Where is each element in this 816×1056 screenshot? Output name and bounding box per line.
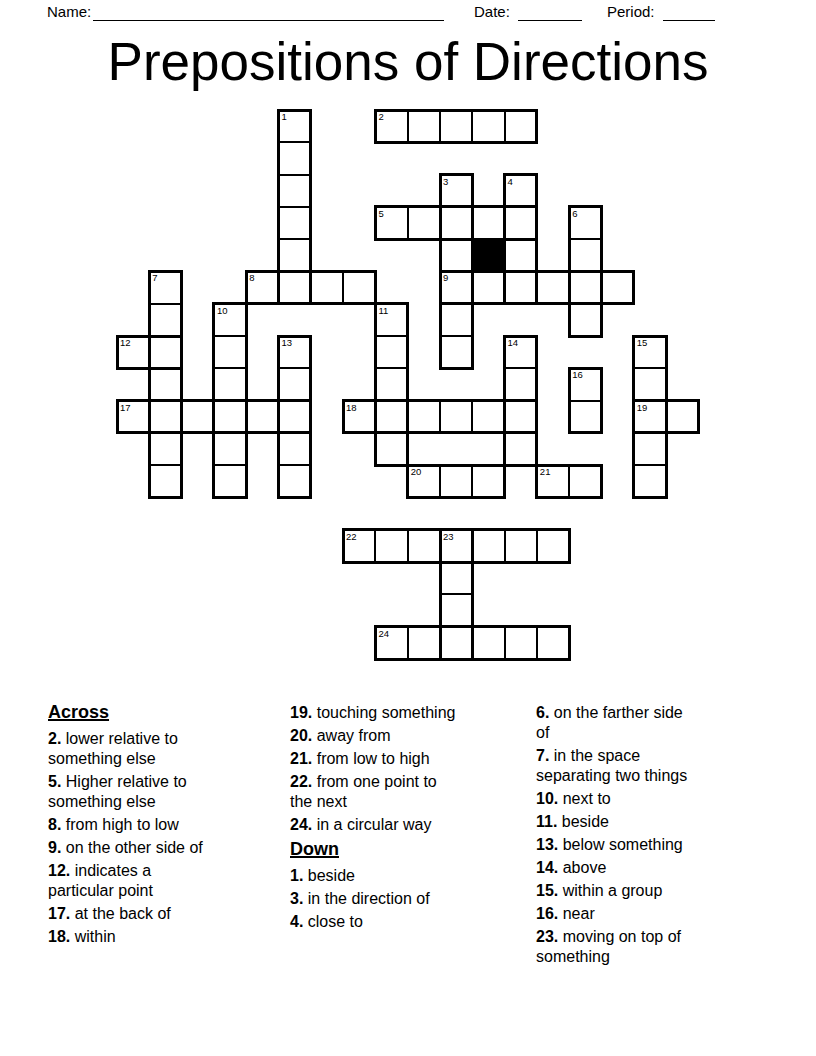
grid-cell[interactable]: 2 [374, 109, 408, 143]
grid-cell[interactable] [310, 270, 344, 304]
clue-number-label: 17. [48, 905, 70, 922]
clue-number-label: 13. [536, 836, 558, 853]
grid-cell[interactable] [213, 367, 247, 401]
grid-cell[interactable] [536, 270, 570, 304]
grid-cell[interactable] [471, 109, 505, 143]
grid-cell[interactable] [277, 367, 311, 401]
grid-cell[interactable] [504, 238, 538, 272]
grid-cell[interactable] [633, 432, 667, 466]
grid-cell[interactable] [600, 270, 634, 304]
clue-number-label: 3. [290, 890, 303, 907]
clue-number-label: 16. [536, 905, 558, 922]
grid-cell[interactable] [277, 206, 311, 240]
clue-21: 21. from low to high [290, 749, 461, 769]
grid-cell[interactable] [471, 206, 505, 240]
grid-cell[interactable] [633, 464, 667, 498]
clue-number: 7 [152, 272, 157, 283]
grid-cell[interactable] [439, 400, 473, 434]
clue-15: 15. within a group [536, 881, 694, 901]
grid-cell[interactable]: 7 [148, 270, 182, 304]
clue-14: 14. above [536, 858, 694, 878]
clue-number: 17 [120, 402, 131, 413]
clue-number-label: 2. [48, 730, 61, 747]
grid-cell[interactable]: 11 [374, 303, 408, 337]
grid-cell[interactable] [504, 109, 538, 143]
clue-number-label: 8. [48, 816, 61, 833]
grid-cell[interactable] [536, 529, 570, 563]
grid-cell[interactable] [439, 593, 473, 627]
grid-cell[interactable] [439, 464, 473, 498]
grid-cell[interactable] [374, 335, 408, 369]
clue-8: 8. from high to low [48, 815, 208, 835]
grid-cell[interactable] [407, 626, 441, 660]
clue-number: 22 [346, 531, 357, 542]
grid-cell[interactable] [148, 303, 182, 337]
grid-cell[interactable]: 10 [213, 303, 247, 337]
clue-5: 5. Higher relative to something else [48, 772, 208, 812]
clue-6: 6. on the farther side of [536, 703, 694, 743]
clue-number-label: 12. [48, 862, 70, 879]
grid-cell[interactable]: 16 [568, 367, 602, 401]
grid-cell[interactable] [439, 238, 473, 272]
grid-cell[interactable] [471, 400, 505, 434]
clue-number: 4 [508, 176, 513, 187]
grid-cell[interactable]: 9 [439, 270, 473, 304]
across-heading: Across [48, 701, 208, 723]
down-heading: Down [290, 838, 461, 860]
grid-cell[interactable] [374, 432, 408, 466]
clue-number: 14 [508, 337, 519, 348]
clue-number: 20 [411, 466, 422, 477]
grid-cell[interactable] [277, 432, 311, 466]
grid-cell[interactable] [504, 400, 538, 434]
black-cell [471, 238, 505, 272]
clue-number-label: 15. [536, 882, 558, 899]
clue-number-label: 22. [290, 773, 312, 790]
crossword-grid: 123456789101112131415161718192021222324 [117, 110, 698, 659]
grid-cell[interactable] [277, 400, 311, 434]
clues-column-2: 19. touching something20. away from21. f… [290, 703, 461, 935]
clue-number-label: 5. [48, 773, 61, 790]
date-input-line[interactable] [518, 4, 582, 21]
grid-cell[interactable]: 21 [536, 464, 570, 498]
grid-cell[interactable] [213, 335, 247, 369]
grid-cell[interactable]: 1 [277, 109, 311, 143]
grid-cell[interactable] [245, 400, 279, 434]
grid-cell[interactable] [568, 400, 602, 434]
clue-11: 11. beside [536, 812, 694, 832]
clue-number-label: 21. [290, 750, 312, 767]
name-label: Name: [47, 3, 91, 21]
clue-16: 16. near [536, 904, 694, 924]
clue-number: 13 [281, 337, 292, 348]
clue-number: 12 [120, 337, 131, 348]
clue-number-label: 1. [290, 867, 303, 884]
grid-cell[interactable] [504, 270, 538, 304]
clues-column-3: 6. on the farther side of7. in the space… [536, 703, 694, 970]
grid-cell[interactable] [504, 367, 538, 401]
clue-number: 1 [281, 111, 286, 122]
grid-cell[interactable] [504, 626, 538, 660]
clue-13: 13. below something [536, 835, 694, 855]
grid-cell[interactable] [277, 174, 311, 208]
grid-cell[interactable] [504, 206, 538, 240]
clue-7: 7. in the space separating two things [536, 746, 694, 786]
clue-number-label: 18. [48, 928, 70, 945]
clue-number-label: 14. [536, 859, 558, 876]
clue-2: 2. lower relative to something else [48, 729, 208, 769]
grid-cell[interactable] [407, 206, 441, 240]
clue-number: 5 [378, 208, 383, 219]
clue-3: 3. in the direction of [290, 889, 461, 909]
grid-cell[interactable]: 18 [342, 400, 376, 434]
clue-number: 23 [443, 531, 454, 542]
grid-cell[interactable] [439, 206, 473, 240]
grid-cell[interactable] [633, 367, 667, 401]
period-input-line[interactable] [663, 4, 715, 21]
clue-number-label: 20. [290, 727, 312, 744]
grid-cell[interactable] [536, 626, 570, 660]
grid-cell[interactable] [213, 432, 247, 466]
clue-number: 24 [378, 628, 389, 639]
grid-cell[interactable] [148, 400, 182, 434]
clue-number: 9 [443, 272, 448, 283]
grid-cell[interactable] [568, 303, 602, 337]
grid-cell[interactable] [471, 626, 505, 660]
clue-number: 15 [637, 337, 648, 348]
clue-number-label: 10. [536, 790, 558, 807]
date-label: Date: [474, 3, 510, 21]
grid-cell[interactable] [148, 464, 182, 498]
clue-number: 18 [346, 402, 357, 413]
grid-cell[interactable]: 12 [116, 335, 150, 369]
grid-cell[interactable]: 24 [374, 626, 408, 660]
grid-cell[interactable] [504, 529, 538, 563]
grid-cell[interactable] [213, 400, 247, 434]
clue-number-label: 4. [290, 913, 303, 930]
clue-4: 4. close to [290, 912, 461, 932]
grid-cell[interactable] [568, 464, 602, 498]
grid-cell[interactable] [277, 141, 311, 175]
grid-cell[interactable]: 5 [374, 206, 408, 240]
clue-17: 17. at the back of [48, 904, 208, 924]
grid-cell[interactable] [504, 432, 538, 466]
clue-number: 16 [572, 369, 583, 380]
grid-cell[interactable]: 23 [439, 529, 473, 563]
grid-cell[interactable] [374, 529, 408, 563]
clue-18: 18. within [48, 927, 208, 947]
grid-cell[interactable] [213, 464, 247, 498]
grid-cell[interactable] [439, 561, 473, 595]
name-input-line[interactable] [93, 4, 444, 21]
grid-cell[interactable] [439, 626, 473, 660]
grid-cell[interactable]: 6 [568, 206, 602, 240]
clue-number: 19 [637, 402, 648, 413]
clue-1: 1. beside [290, 866, 461, 886]
grid-cell[interactable] [148, 367, 182, 401]
clue-number: 3 [443, 176, 448, 187]
clue-19: 19. touching something [290, 703, 461, 723]
grid-cell[interactable]: 4 [504, 174, 538, 208]
grid-cell[interactable] [568, 238, 602, 272]
grid-cell[interactable]: 8 [245, 270, 279, 304]
clue-10: 10. next to [536, 789, 694, 809]
clue-number: 10 [217, 305, 228, 316]
grid-cell[interactable] [568, 270, 602, 304]
clue-number-label: 6. [536, 704, 549, 721]
grid-cell[interactable] [407, 400, 441, 434]
clue-number-label: 19. [290, 704, 312, 721]
grid-cell[interactable]: 17 [116, 400, 150, 434]
grid-cell[interactable] [439, 335, 473, 369]
clue-number-label: 11. [536, 813, 557, 830]
grid-cell[interactable] [407, 109, 441, 143]
grid-cell[interactable] [374, 400, 408, 434]
grid-cell[interactable]: 22 [342, 529, 376, 563]
grid-cell[interactable] [439, 303, 473, 337]
grid-cell[interactable]: 20 [407, 464, 441, 498]
worksheet-page: Name: Date: Period: Prepositions of Dire… [0, 0, 816, 1056]
grid-cell[interactable] [277, 464, 311, 498]
clue-9: 9. on the other side of [48, 838, 208, 858]
clue-number: 2 [378, 111, 383, 122]
grid-cell[interactable]: 15 [633, 335, 667, 369]
grid-cell[interactable] [277, 238, 311, 272]
clue-12: 12. indicates a particular point [48, 861, 208, 901]
grid-cell[interactable] [148, 432, 182, 466]
clue-20: 20. away from [290, 726, 461, 746]
grid-cell[interactable] [439, 109, 473, 143]
clue-number-label: 7. [536, 747, 549, 764]
clue-24: 24. in a circular way [290, 815, 461, 835]
clue-22: 22. from one point to the next [290, 772, 461, 812]
grid-cell[interactable] [148, 335, 182, 369]
grid-cell[interactable] [374, 367, 408, 401]
clue-number: 8 [249, 272, 254, 283]
clue-number-label: 24. [290, 816, 312, 833]
period-label: Period: [607, 3, 655, 21]
grid-cell[interactable]: 13 [277, 335, 311, 369]
grid-cell[interactable] [407, 529, 441, 563]
clue-23: 23. moving on top of something [536, 927, 694, 967]
grid-cell[interactable]: 19 [633, 400, 667, 434]
clue-number: 11 [378, 305, 388, 316]
clue-number-label: 23. [536, 928, 558, 945]
page-title: Prepositions of Directions [0, 34, 816, 90]
clue-number: 21 [540, 466, 551, 477]
clue-number: 6 [572, 208, 577, 219]
grid-cell[interactable]: 14 [504, 335, 538, 369]
grid-cell[interactable] [471, 464, 505, 498]
grid-cell[interactable] [471, 270, 505, 304]
grid-cell[interactable] [181, 400, 215, 434]
grid-cell[interactable] [277, 270, 311, 304]
grid-cell[interactable] [471, 529, 505, 563]
grid-cell[interactable] [342, 270, 376, 304]
clue-number-label: 9. [48, 839, 61, 856]
grid-cell[interactable] [665, 400, 699, 434]
grid-cell[interactable]: 3 [439, 174, 473, 208]
clues-column-1: Across2. lower relative to something els… [48, 701, 208, 950]
